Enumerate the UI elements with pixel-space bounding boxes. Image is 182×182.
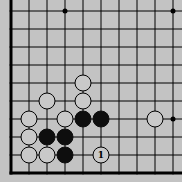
- intersection-C8[interactable]: [38, 38, 56, 56]
- black-stone-E4: [75, 111, 92, 128]
- intersection-K10[interactable]: [164, 2, 182, 20]
- intersection-H10[interactable]: [128, 2, 146, 20]
- intersection-D9[interactable]: [56, 20, 74, 38]
- star-point-K4: [171, 117, 176, 122]
- intersection-B3[interactable]: [20, 128, 38, 146]
- intersection-D1[interactable]: [56, 164, 74, 182]
- intersection-A1[interactable]: [2, 164, 20, 182]
- intersection-B6[interactable]: [20, 74, 38, 92]
- intersection-C5[interactable]: [38, 92, 56, 110]
- intersection-E6[interactable]: [74, 74, 92, 92]
- intersection-G9[interactable]: [110, 20, 128, 38]
- intersection-C2[interactable]: [38, 146, 56, 164]
- intersection-G8[interactable]: [110, 38, 128, 56]
- intersection-B5[interactable]: [20, 92, 38, 110]
- intersection-C6[interactable]: [38, 74, 56, 92]
- intersection-E10[interactable]: [74, 2, 92, 20]
- intersection-A3[interactable]: [2, 128, 20, 146]
- white-stone-B3: [21, 129, 38, 146]
- black-stone-F4: [93, 111, 110, 128]
- move-number-label: 1: [98, 151, 104, 160]
- intersection-K4[interactable]: [164, 110, 182, 128]
- intersection-D5[interactable]: [56, 92, 74, 110]
- intersection-J3[interactable]: [146, 128, 164, 146]
- intersection-F3[interactable]: [92, 128, 110, 146]
- intersection-B2[interactable]: [20, 146, 38, 164]
- intersection-G5[interactable]: [110, 92, 128, 110]
- intersection-J9[interactable]: [146, 20, 164, 38]
- intersection-A6[interactable]: [2, 74, 20, 92]
- intersection-A9[interactable]: [2, 20, 20, 38]
- board-grid: 1: [2, 2, 182, 182]
- intersection-B9[interactable]: [20, 20, 38, 38]
- intersection-K7[interactable]: [164, 56, 182, 74]
- intersection-K5[interactable]: [164, 92, 182, 110]
- intersection-J5[interactable]: [146, 92, 164, 110]
- intersection-B8[interactable]: [20, 38, 38, 56]
- white-stone-B4: [21, 111, 38, 128]
- intersection-H4[interactable]: [128, 110, 146, 128]
- intersection-H9[interactable]: [128, 20, 146, 38]
- white-stone-C5: [39, 93, 56, 110]
- intersection-G3[interactable]: [110, 128, 128, 146]
- intersection-G1[interactable]: [110, 164, 128, 182]
- intersection-F2[interactable]: 1: [92, 146, 110, 164]
- intersection-C3[interactable]: [38, 128, 56, 146]
- intersection-C7[interactable]: [38, 56, 56, 74]
- intersection-C4[interactable]: [38, 110, 56, 128]
- white-stone-D4: [57, 111, 74, 128]
- intersection-E5[interactable]: [74, 92, 92, 110]
- intersection-K1[interactable]: [164, 164, 182, 182]
- intersection-K6[interactable]: [164, 74, 182, 92]
- intersection-E3[interactable]: [74, 128, 92, 146]
- intersection-G4[interactable]: [110, 110, 128, 128]
- black-stone-D2: [57, 147, 74, 164]
- intersection-E4[interactable]: [74, 110, 92, 128]
- intersection-H6[interactable]: [128, 74, 146, 92]
- intersection-K2[interactable]: [164, 146, 182, 164]
- white-stone-J4: [147, 111, 164, 128]
- intersection-B10[interactable]: [20, 2, 38, 20]
- intersection-H7[interactable]: [128, 56, 146, 74]
- intersection-H2[interactable]: [128, 146, 146, 164]
- intersection-E2[interactable]: [74, 146, 92, 164]
- white-stone-E6: [75, 75, 92, 92]
- intersection-F8[interactable]: [92, 38, 110, 56]
- white-stone-B2: [21, 147, 38, 164]
- intersection-E8[interactable]: [74, 38, 92, 56]
- intersection-G10[interactable]: [110, 2, 128, 20]
- intersection-H5[interactable]: [128, 92, 146, 110]
- intersection-E7[interactable]: [74, 56, 92, 74]
- intersection-H8[interactable]: [128, 38, 146, 56]
- intersection-A5[interactable]: [2, 92, 20, 110]
- intersection-G7[interactable]: [110, 56, 128, 74]
- intersection-D4[interactable]: [56, 110, 74, 128]
- intersection-J2[interactable]: [146, 146, 164, 164]
- white-stone-C2: [39, 147, 56, 164]
- intersection-C9[interactable]: [38, 20, 56, 38]
- intersection-K8[interactable]: [164, 38, 182, 56]
- intersection-B7[interactable]: [20, 56, 38, 74]
- intersection-E1[interactable]: [74, 164, 92, 182]
- intersection-A2[interactable]: [2, 146, 20, 164]
- intersection-A7[interactable]: [2, 56, 20, 74]
- intersection-G2[interactable]: [110, 146, 128, 164]
- intersection-J10[interactable]: [146, 2, 164, 20]
- white-stone-F2: 1: [93, 147, 110, 164]
- intersection-A8[interactable]: [2, 38, 20, 56]
- intersection-B1[interactable]: [20, 164, 38, 182]
- intersection-D8[interactable]: [56, 38, 74, 56]
- intersection-H3[interactable]: [128, 128, 146, 146]
- intersection-F1[interactable]: [92, 164, 110, 182]
- intersection-F10[interactable]: [92, 2, 110, 20]
- white-stone-E5: [75, 93, 92, 110]
- intersection-J8[interactable]: [146, 38, 164, 56]
- black-stone-C3: [39, 129, 56, 146]
- intersection-C1[interactable]: [38, 164, 56, 182]
- intersection-D10[interactable]: [56, 2, 74, 20]
- black-stone-D3: [57, 129, 74, 146]
- intersection-J1[interactable]: [146, 164, 164, 182]
- intersection-C10[interactable]: [38, 2, 56, 20]
- intersection-J7[interactable]: [146, 56, 164, 74]
- intersection-F6[interactable]: [92, 74, 110, 92]
- intersection-A4[interactable]: [2, 110, 20, 128]
- intersection-J6[interactable]: [146, 74, 164, 92]
- intersection-D7[interactable]: [56, 56, 74, 74]
- intersection-K3[interactable]: [164, 128, 182, 146]
- intersection-E9[interactable]: [74, 20, 92, 38]
- intersection-F9[interactable]: [92, 20, 110, 38]
- star-point-D10: [63, 9, 68, 14]
- intersection-F7[interactable]: [92, 56, 110, 74]
- intersection-A10[interactable]: [2, 2, 20, 20]
- star-point-K10: [171, 9, 176, 14]
- intersection-B4[interactable]: [20, 110, 38, 128]
- intersection-D2[interactable]: [56, 146, 74, 164]
- intersection-H1[interactable]: [128, 164, 146, 182]
- intersection-F4[interactable]: [92, 110, 110, 128]
- go-board[interactable]: 1: [0, 0, 182, 182]
- intersection-F5[interactable]: [92, 92, 110, 110]
- intersection-D6[interactable]: [56, 74, 74, 92]
- intersection-D3[interactable]: [56, 128, 74, 146]
- intersection-K9[interactable]: [164, 20, 182, 38]
- intersection-G6[interactable]: [110, 74, 128, 92]
- intersection-J4[interactable]: [146, 110, 164, 128]
